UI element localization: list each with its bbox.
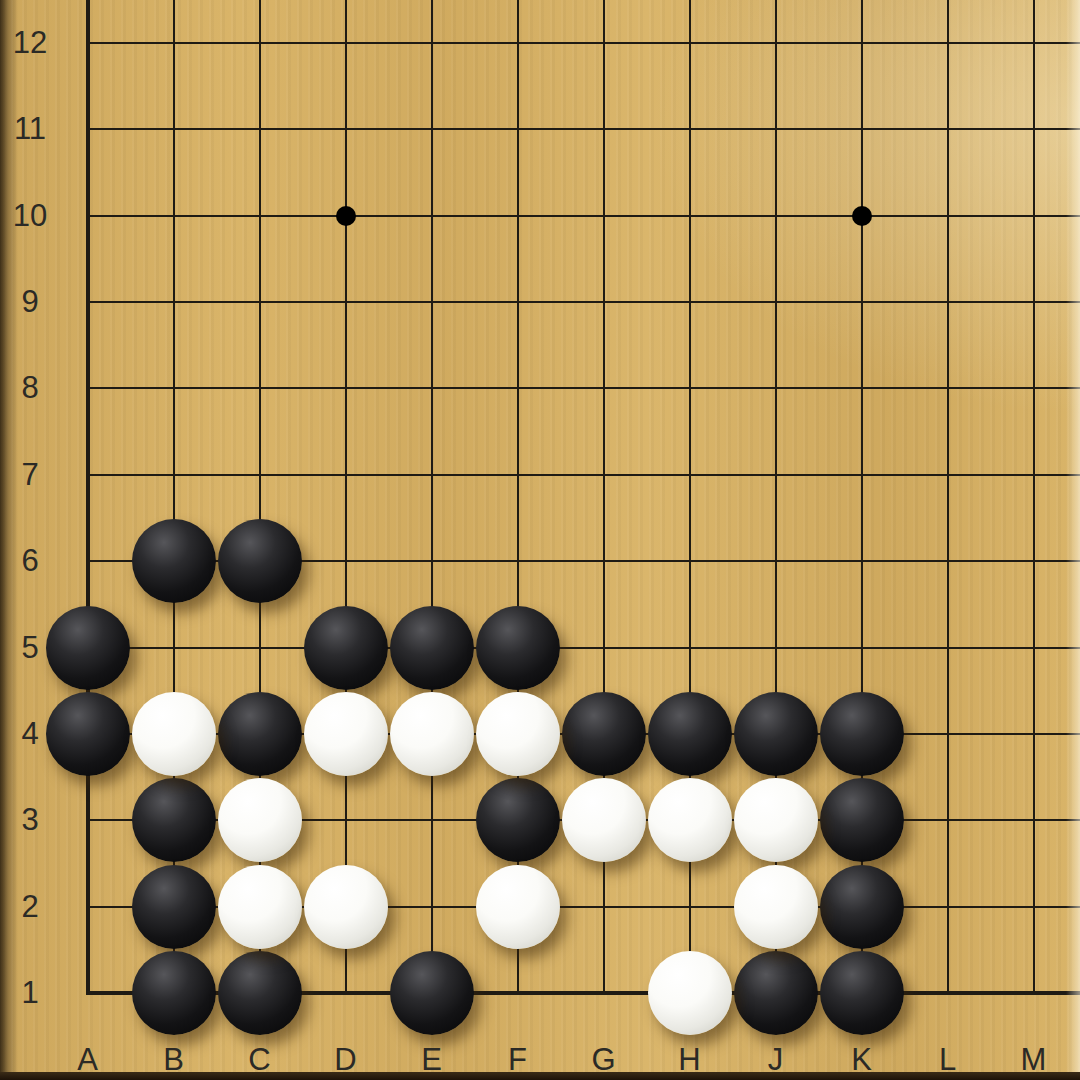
row-label-7: 7 — [0, 457, 62, 493]
stone-black-C4[interactable] — [218, 692, 302, 776]
grid-line-row-11 — [86, 128, 1080, 130]
stone-black-B1[interactable] — [132, 951, 216, 1035]
stone-white-H3[interactable] — [648, 778, 732, 862]
row-label-6: 6 — [0, 543, 62, 579]
stone-white-E4[interactable] — [390, 692, 474, 776]
row-label-3: 3 — [0, 802, 62, 838]
row-label-11: 11 — [0, 111, 62, 147]
grid-line-row-8 — [86, 387, 1080, 389]
stone-black-K2[interactable] — [820, 865, 904, 949]
row-label-5: 5 — [0, 630, 62, 666]
stone-black-F5[interactable] — [476, 606, 560, 690]
grid-line-row-12 — [86, 42, 1080, 44]
grid-line-col-L — [947, 0, 949, 995]
star-point-K10 — [852, 206, 872, 226]
stone-black-D5[interactable] — [304, 606, 388, 690]
grid-line-row-9 — [86, 301, 1080, 303]
stone-black-J4[interactable] — [734, 692, 818, 776]
row-label-9: 9 — [0, 284, 62, 320]
grid-line-col-E — [431, 0, 433, 995]
row-label-4: 4 — [0, 716, 62, 752]
stone-black-E5[interactable] — [390, 606, 474, 690]
grid-line-row-10 — [86, 215, 1080, 217]
stone-white-F4[interactable] — [476, 692, 560, 776]
stone-white-F2[interactable] — [476, 865, 560, 949]
stone-black-B3[interactable] — [132, 778, 216, 862]
stone-black-E1[interactable] — [390, 951, 474, 1035]
stone-black-J1[interactable] — [734, 951, 818, 1035]
board-bottom-side — [0, 1072, 1080, 1080]
stone-black-C6[interactable] — [218, 519, 302, 603]
stone-black-C1[interactable] — [218, 951, 302, 1035]
grid-line-row-7 — [86, 474, 1080, 476]
stone-white-H1[interactable] — [648, 951, 732, 1035]
stone-white-C2[interactable] — [218, 865, 302, 949]
row-label-1: 1 — [0, 975, 62, 1011]
stone-white-G3[interactable] — [562, 778, 646, 862]
stone-black-B2[interactable] — [132, 865, 216, 949]
stone-white-C3[interactable] — [218, 778, 302, 862]
grid-line-col-D — [345, 0, 347, 995]
stone-white-J2[interactable] — [734, 865, 818, 949]
star-point-D10 — [336, 206, 356, 226]
row-label-8: 8 — [0, 370, 62, 406]
grid-line-row-5 — [86, 647, 1080, 649]
row-label-2: 2 — [0, 889, 62, 925]
stone-black-K3[interactable] — [820, 778, 904, 862]
stone-white-J3[interactable] — [734, 778, 818, 862]
row-label-10: 10 — [0, 198, 62, 234]
stone-black-G4[interactable] — [562, 692, 646, 776]
row-label-12: 12 — [0, 25, 62, 61]
stone-black-H4[interactable] — [648, 692, 732, 776]
stone-white-D2[interactable] — [304, 865, 388, 949]
grid-line-col-A — [86, 0, 90, 995]
stone-white-B4[interactable] — [132, 692, 216, 776]
stone-black-B6[interactable] — [132, 519, 216, 603]
stone-black-K1[interactable] — [820, 951, 904, 1035]
stone-white-D4[interactable] — [304, 692, 388, 776]
grid-line-col-M — [1033, 0, 1035, 995]
stone-black-K4[interactable] — [820, 692, 904, 776]
stone-black-F3[interactable] — [476, 778, 560, 862]
